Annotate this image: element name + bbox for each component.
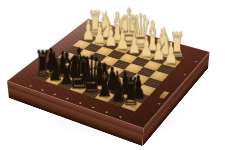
square-a8[interactable]: ♜ <box>121 99 142 111</box>
chess-set-photo: ♜♞♝♚♛♝♞♜♟♟♟♟♟♟♟♟♟♟♟♟♟♟♟♟♜♞♝♚♛♝♞♜ <box>0 0 225 150</box>
white-pawn-icon: ♟ <box>164 38 178 68</box>
frame-coordinate-mark <box>41 89 44 91</box>
frame-coordinate-mark <box>66 98 69 100</box>
frame-coordinate-mark <box>158 103 161 105</box>
frame-coordinate-mark <box>119 116 122 118</box>
frame-coordinate-mark <box>92 107 95 109</box>
frame-coordinate-mark <box>195 61 198 62</box>
brass-plaque <box>159 91 170 99</box>
frame-coordinate-mark <box>79 102 82 104</box>
frame-coordinate-mark <box>53 94 56 96</box>
frame-coordinate-mark <box>105 111 108 113</box>
square-a3[interactable] <box>156 64 175 74</box>
frame-coordinate-mark <box>29 85 32 87</box>
black-rook-icon: ♜ <box>122 74 140 112</box>
frame-coordinate-mark <box>183 74 186 76</box>
